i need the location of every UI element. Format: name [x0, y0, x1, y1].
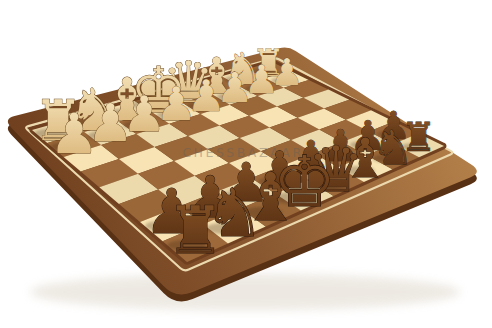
piece-black-rook: ♜: [166, 192, 224, 268]
piece-white-pawn: ♟: [49, 101, 99, 166]
chess-board: CHESSBAZAAR♜♞♟♝♟♛♟♚♟♝♟♞♟♜♟♟♟♟♜♟♞♟♝♟♛♟♚♟♝…: [0, 0, 492, 328]
chess-set-photo: CHESSBAZAAR♜♞♟♝♟♛♟♚♟♝♟♞♟♜♟♟♟♟♜♟♞♟♝♟♛♟♚♟♝…: [0, 0, 492, 328]
board-ground-shadow: [30, 274, 460, 310]
